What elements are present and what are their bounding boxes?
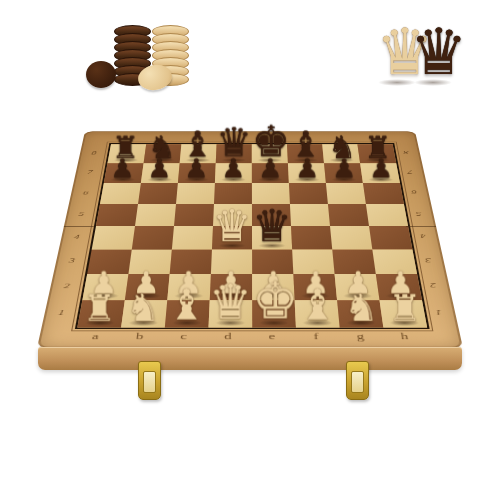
piece-shadow — [329, 158, 355, 162]
square-a2[interactable]: ♟ — [82, 274, 128, 300]
square-h7[interactable]: ♟ — [360, 163, 400, 183]
square-e8[interactable]: ♚ — [252, 144, 288, 163]
piece-shadow — [171, 320, 202, 326]
piece-shadow — [110, 177, 137, 182]
square-h5[interactable] — [366, 204, 408, 226]
spare-queens-tray: ♛ ♛ — [374, 6, 474, 86]
square-g6[interactable] — [326, 183, 366, 204]
piece-shadow — [301, 293, 331, 299]
square-d4[interactable]: ♛ — [212, 226, 252, 249]
square-f1[interactable]: ♝ — [295, 300, 340, 328]
file-label-g: g — [338, 329, 384, 344]
rank-label-8: 8 — [397, 143, 415, 162]
piece-shadow — [257, 158, 282, 162]
file-label-b: b — [117, 329, 163, 344]
black-queen: ♛ — [216, 122, 252, 162]
file-label-d: d — [206, 329, 250, 344]
square-a7[interactable]: ♟ — [104, 163, 144, 183]
square-a6[interactable] — [100, 183, 141, 204]
square-b7[interactable]: ♟ — [141, 163, 180, 183]
piece-shadow — [302, 320, 333, 326]
piece-shadow — [149, 158, 175, 162]
white-queen: ♛ — [209, 278, 253, 326]
square-b3[interactable] — [128, 249, 171, 274]
latch-slot — [351, 371, 364, 393]
rank-label-8: 8 — [85, 143, 103, 162]
square-b5[interactable] — [135, 204, 176, 226]
piece-shadow — [331, 177, 357, 182]
board-side-panel — [38, 347, 462, 370]
piece-shadow — [345, 320, 376, 326]
square-c3[interactable] — [170, 249, 212, 274]
square-g5[interactable] — [328, 204, 369, 226]
rank-label-6: 6 — [404, 182, 424, 203]
square-f3[interactable] — [292, 249, 334, 274]
square-e3[interactable] — [252, 249, 293, 274]
square-h4[interactable] — [369, 226, 412, 249]
square-c7[interactable]: ♟ — [178, 163, 216, 183]
rank-label-6: 6 — [76, 182, 96, 203]
rank-label-5: 5 — [409, 203, 429, 225]
square-a1[interactable]: ♜ — [77, 300, 124, 328]
white-pawn: ♟ — [379, 268, 421, 298]
square-d2[interactable]: ♟ — [210, 274, 252, 300]
piece-shadow — [220, 177, 246, 182]
rank-label-3: 3 — [61, 248, 83, 273]
piece-shadow — [257, 177, 283, 182]
square-e1[interactable]: ♚ — [252, 300, 296, 328]
brass-latch-left — [138, 361, 161, 400]
piece-shadow — [343, 293, 373, 299]
piece-shadow — [365, 158, 391, 162]
white-pawn: ♟ — [167, 268, 209, 298]
rank-label-4: 4 — [66, 225, 87, 248]
black-bishop: ♝ — [180, 127, 216, 162]
piece-shadow — [221, 158, 246, 162]
square-d8[interactable]: ♛ — [216, 144, 252, 163]
square-e6[interactable] — [252, 183, 290, 204]
file-labels-bottom: abcdefgh — [72, 329, 428, 344]
rank-label-1: 1 — [427, 299, 450, 327]
square-b2[interactable]: ♟ — [125, 274, 170, 300]
square-e4[interactable]: ♛ — [252, 226, 292, 249]
piece-shadow — [293, 158, 318, 162]
white-pawn: ♟ — [125, 268, 167, 298]
file-label-e: e — [250, 329, 294, 344]
square-g1[interactable]: ♞ — [337, 300, 383, 328]
square-e5[interactable] — [252, 204, 291, 226]
piece-shadow — [259, 320, 290, 326]
white-pawn: ♟ — [337, 268, 379, 298]
square-a3[interactable] — [87, 249, 132, 274]
chess-board: ♜♞♝♛♚♝♞♜♟♟♟♟♟♟♟♟♛♛♟♟♟♟♟♟♟♟♜♞♝♛♚♝♞♜ — [75, 143, 430, 329]
rank-label-2: 2 — [422, 273, 444, 299]
white-pawn: ♟ — [83, 268, 125, 298]
latch-slot — [143, 371, 156, 393]
piece-shadow — [258, 293, 288, 299]
rank-label-3: 3 — [417, 248, 439, 273]
square-g8[interactable]: ♞ — [322, 144, 360, 163]
piece-shadow — [216, 293, 246, 299]
square-f6[interactable] — [289, 183, 328, 204]
piece-shadow — [389, 320, 421, 326]
square-c1[interactable]: ♝ — [165, 300, 210, 328]
piece-shadow — [385, 293, 416, 299]
square-b1[interactable]: ♞ — [121, 300, 167, 328]
piece-shadow — [294, 177, 320, 182]
square-c6[interactable] — [176, 183, 215, 204]
spare-black-queen-icon: ♛ — [410, 20, 467, 84]
square-h6[interactable] — [363, 183, 404, 204]
rank-label-1: 1 — [50, 299, 73, 327]
square-f2[interactable]: ♟ — [293, 274, 337, 300]
piece-shadow — [128, 320, 159, 326]
square-d3[interactable] — [211, 249, 252, 274]
square-g2[interactable]: ♟ — [335, 274, 380, 300]
piece-shadow — [184, 177, 210, 182]
square-a5[interactable] — [96, 204, 138, 226]
square-a8[interactable]: ♜ — [108, 144, 147, 163]
square-e2[interactable]: ♟ — [252, 274, 294, 300]
square-f7[interactable]: ♟ — [288, 163, 326, 183]
piece-shadow — [174, 293, 204, 299]
file-label-f: f — [294, 329, 339, 344]
square-g3[interactable] — [332, 249, 376, 274]
square-d1[interactable]: ♛ — [209, 300, 253, 328]
black-king: ♚ — [252, 120, 288, 163]
piece-shadow — [368, 177, 395, 182]
square-f8[interactable]: ♝ — [287, 144, 324, 163]
rank-label-7: 7 — [401, 162, 420, 182]
rank-label-4: 4 — [413, 225, 434, 248]
rank-label-7: 7 — [80, 162, 99, 182]
square-f4[interactable] — [291, 226, 332, 249]
board-frame: ♜♞♝♛♚♝♞♜♟♟♟♟♟♟♟♟♛♛♟♟♟♟♟♟♟♟♜♞♝♛♚♝♞♜ 87654… — [37, 131, 463, 348]
square-c8[interactable]: ♝ — [180, 144, 217, 163]
square-c5[interactable] — [174, 204, 214, 226]
square-h2[interactable]: ♟ — [376, 274, 422, 300]
file-label-c: c — [161, 329, 206, 344]
square-h3[interactable] — [372, 249, 417, 274]
square-b6[interactable] — [138, 183, 178, 204]
square-c4[interactable] — [172, 226, 213, 249]
square-h1[interactable]: ♜ — [379, 300, 427, 328]
black-bishop: ♝ — [288, 127, 324, 162]
file-label-a: a — [72, 329, 119, 344]
piece-shadow — [185, 158, 210, 162]
square-d5[interactable] — [213, 204, 252, 226]
piece-shadow — [113, 158, 139, 162]
piece-shadow — [89, 293, 120, 299]
piece-shadow — [147, 177, 173, 182]
square-d6[interactable] — [214, 183, 252, 204]
dark-checker-disc — [86, 61, 116, 88]
piece-shadow — [258, 243, 286, 248]
white-pawn: ♟ — [252, 268, 294, 298]
square-c2[interactable]: ♟ — [167, 274, 211, 300]
rank-label-2: 2 — [56, 273, 78, 299]
piece-shadow — [131, 293, 161, 299]
white-pawn: ♟ — [295, 268, 337, 298]
brass-latch-right — [346, 361, 369, 400]
square-g7[interactable]: ♟ — [324, 163, 363, 183]
piece-shadow — [215, 320, 246, 326]
square-b8[interactable]: ♞ — [144, 144, 182, 163]
rank-label-5: 5 — [71, 203, 91, 225]
square-b4[interactable] — [132, 226, 174, 249]
checkers-tray — [86, 8, 196, 90]
square-e7[interactable]: ♟ — [252, 163, 289, 183]
white-pawn: ♟ — [210, 268, 252, 298]
file-label-h: h — [381, 329, 428, 344]
square-h8[interactable]: ♜ — [357, 144, 396, 163]
piece-shadow — [218, 243, 246, 248]
square-a4[interactable] — [92, 226, 135, 249]
square-g4[interactable] — [330, 226, 372, 249]
square-d7[interactable]: ♟ — [215, 163, 252, 183]
square-f5[interactable] — [290, 204, 330, 226]
piece-shadow — [84, 320, 115, 326]
